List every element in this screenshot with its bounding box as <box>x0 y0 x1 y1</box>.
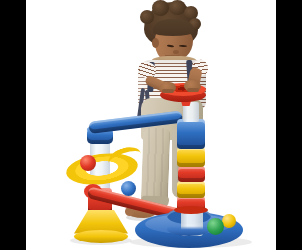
tower-blue-section <box>177 119 205 149</box>
child-nose <box>173 50 179 54</box>
tower-yellow-ring-upper <box>177 147 205 167</box>
hair-curl <box>140 10 154 24</box>
fingers-left <box>162 89 174 93</box>
base-front-lip <box>167 222 211 236</box>
red-ball-in-tray <box>80 155 96 171</box>
green-ball-on-base <box>207 218 224 235</box>
blue-ball-on-ramp <box>121 181 136 196</box>
child-hair-fringe <box>153 19 194 36</box>
photo-frame <box>0 0 302 250</box>
hair-curl <box>152 0 169 16</box>
fingers-right <box>187 88 199 92</box>
tower-yellow-ring-lower <box>177 181 205 198</box>
yellow-ball-on-base <box>222 214 236 228</box>
child-ear <box>152 38 159 48</box>
tower-red-flare <box>174 206 208 214</box>
photo-area <box>26 0 276 250</box>
tower-red-ring <box>178 166 205 182</box>
yellow-trumpet-foot <box>74 230 128 243</box>
